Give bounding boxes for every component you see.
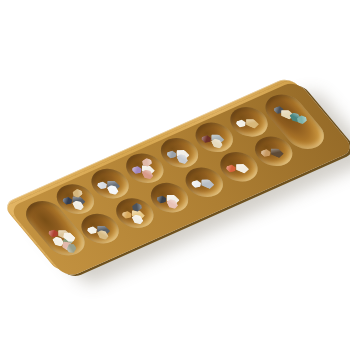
stone bbox=[199, 177, 215, 190]
stone bbox=[244, 117, 260, 130]
stone bbox=[47, 228, 61, 238]
stone bbox=[155, 195, 169, 205]
stone bbox=[224, 164, 238, 174]
stone bbox=[200, 134, 214, 144]
stone bbox=[85, 225, 99, 235]
stone bbox=[165, 150, 179, 160]
mancala-board bbox=[1, 76, 349, 275]
stone bbox=[120, 210, 134, 220]
stone bbox=[190, 179, 204, 189]
stone bbox=[234, 119, 248, 129]
stone bbox=[234, 162, 250, 175]
stone bbox=[130, 165, 144, 175]
stone bbox=[259, 148, 273, 158]
stone bbox=[95, 180, 109, 190]
stone bbox=[269, 146, 285, 159]
stone bbox=[61, 196, 75, 206]
product-photo bbox=[0, 0, 350, 350]
